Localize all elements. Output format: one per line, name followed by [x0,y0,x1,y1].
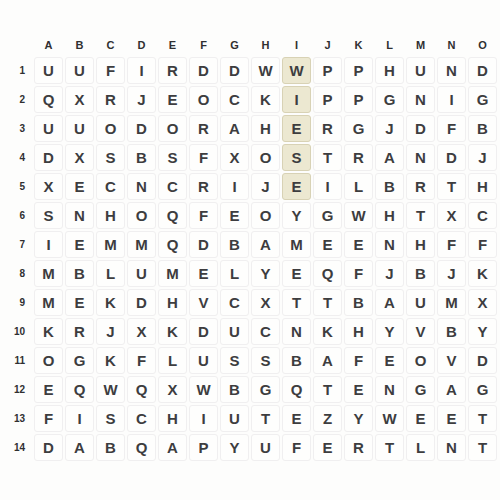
grid-cell[interactable]: Q [65,376,94,403]
grid-cell[interactable]: C [158,173,187,200]
grid-cell[interactable]: S [158,144,187,171]
grid-cell[interactable]: L [158,347,187,374]
grid-cell[interactable]: E [282,173,311,200]
grid-cell[interactable]: C [127,405,156,432]
grid-cell[interactable]: Q [127,434,156,461]
grid-cell[interactable]: F [437,115,466,142]
col-label: L [375,35,404,55]
grid-cell[interactable]: B [468,115,497,142]
grid-cell[interactable]: Q [313,260,342,287]
grid-cell[interactable]: I [127,57,156,84]
grid-cell[interactable]: D [468,57,497,84]
grid-cell[interactable]: I [189,405,218,432]
col-label: C [96,35,125,55]
grid-cell[interactable]: E [65,173,94,200]
grid-cell[interactable]: F [437,231,466,258]
grid-cell[interactable]: Z [313,405,342,432]
row-label: 6 [6,202,32,229]
grid-corner-spacer [6,35,32,55]
grid-cell[interactable]: X [468,289,497,316]
grid-cell[interactable]: E [406,405,435,432]
grid-cell[interactable]: S [34,202,63,229]
grid-cell[interactable]: A [375,144,404,171]
grid-cell[interactable]: G [468,376,497,403]
grid-cell[interactable]: U [127,260,156,287]
grid-cell[interactable]: M [437,289,466,316]
grid-cell[interactable]: E [65,289,94,316]
col-label: J [313,35,342,55]
grid-cell[interactable]: Y [375,318,404,345]
grid-cell[interactable]: D [127,115,156,142]
grid-cell[interactable]: R [96,86,125,113]
grid-cell[interactable]: Y [220,434,249,461]
grid-cell[interactable]: G [406,376,435,403]
grid-cell[interactable]: X [127,318,156,345]
grid-cell[interactable]: P [313,86,342,113]
grid-cell[interactable]: J [437,260,466,287]
grid-cell[interactable]: A [375,289,404,316]
grid-cell[interactable]: H [406,231,435,258]
grid-cell[interactable]: D [220,57,249,84]
grid-cell[interactable]: G [251,376,280,403]
grid-cell[interactable]: I [65,405,94,432]
grid-cell[interactable]: U [34,115,63,142]
grid-cell[interactable]: O [127,202,156,229]
grid-cell[interactable]: G [313,202,342,229]
grid-cell[interactable]: X [158,376,187,403]
grid-cell[interactable]: S [282,144,311,171]
grid-cell[interactable]: X [65,144,94,171]
grid-cell[interactable]: H [96,202,125,229]
grid-cell[interactable]: L [406,434,435,461]
grid-cell[interactable]: G [344,115,373,142]
grid-cell[interactable]: M [34,260,63,287]
grid-cell[interactable]: V [406,318,435,345]
grid-cell[interactable]: E [220,202,249,229]
grid-cell[interactable]: B [437,318,466,345]
grid-cell[interactable]: E [313,231,342,258]
row-label: 7 [6,231,32,258]
grid-cell[interactable]: K [96,289,125,316]
grid-cell[interactable]: H [468,173,497,200]
grid-cell[interactable]: W [96,376,125,403]
grid-cell[interactable]: K [96,347,125,374]
grid-cell[interactable]: T [313,376,342,403]
grid-cell[interactable]: B [406,260,435,287]
grid-cell[interactable]: C [96,173,125,200]
grid-cell[interactable]: M [158,260,187,287]
grid-cell[interactable]: B [220,376,249,403]
grid-cell[interactable]: A [220,115,249,142]
grid-cell[interactable]: F [468,231,497,258]
grid-cell[interactable]: J [96,318,125,345]
grid-cell[interactable]: I [313,173,342,200]
grid-cell[interactable]: C [468,202,497,229]
grid-cell[interactable]: S [220,347,249,374]
grid-cell[interactable]: U [220,405,249,432]
grid-cell[interactable]: A [251,231,280,258]
grid-cell[interactable]: Q [158,202,187,229]
grid-cell[interactable]: U [220,318,249,345]
grid-cell[interactable]: P [313,57,342,84]
grid-cell[interactable]: E [34,376,63,403]
grid-cell[interactable]: B [220,231,249,258]
grid-cell[interactable]: K [34,318,63,345]
grid-cell[interactable]: U [34,57,63,84]
grid-cell[interactable]: O [406,347,435,374]
grid-cell[interactable]: Y [282,202,311,229]
grid-cell[interactable]: A [437,376,466,403]
col-label: G [220,35,249,55]
grid-cell[interactable]: G [65,347,94,374]
grid-cell[interactable]: J [127,86,156,113]
grid-cell[interactable]: P [189,434,218,461]
grid-cell[interactable]: F [127,347,156,374]
grid-cell[interactable]: N [375,231,404,258]
row-label: 1 [6,57,32,84]
row-label: 11 [6,347,32,374]
col-label: H [251,35,280,55]
grid-cell[interactable]: T [468,434,497,461]
grid-cell[interactable]: R [344,144,373,171]
row-label: 9 [6,289,32,316]
grid-cell[interactable]: Y [251,260,280,287]
grid-cell[interactable]: T [437,173,466,200]
grid-cell[interactable]: R [158,57,187,84]
grid-cell[interactable]: T [313,144,342,171]
grid-cell[interactable]: I [220,173,249,200]
grid-cell[interactable]: F [282,434,311,461]
grid-cell[interactable]: S [96,405,125,432]
grid-cell[interactable]: O [158,115,187,142]
grid-cell[interactable]: M [96,231,125,258]
row-label: 8 [6,260,32,287]
grid-cell[interactable]: N [437,57,466,84]
grid-cell[interactable]: Q [34,86,63,113]
grid-cell[interactable]: N [406,144,435,171]
grid-cell[interactable]: D [34,144,63,171]
grid-cell[interactable]: N [406,86,435,113]
grid-cell[interactable]: B [127,144,156,171]
grid-cell[interactable]: B [344,289,373,316]
grid-cell[interactable]: O [96,115,125,142]
grid-cell[interactable]: J [468,144,497,171]
row-label: 3 [6,115,32,142]
grid-cell[interactable]: D [189,57,218,84]
grid-cell[interactable]: A [313,347,342,374]
grid-cell[interactable]: A [65,434,94,461]
grid-cell[interactable]: U [65,115,94,142]
grid-cell[interactable]: X [251,289,280,316]
grid-cell[interactable]: E [65,231,94,258]
grid-cell[interactable]: N [127,173,156,200]
grid-cell[interactable]: K [313,318,342,345]
grid-cell[interactable]: L [220,260,249,287]
col-label: F [189,35,218,55]
grid-cell[interactable]: E [189,260,218,287]
grid-cell[interactable]: I [34,231,63,258]
grid-cell[interactable]: E [344,376,373,403]
grid-cell[interactable]: T [375,434,404,461]
col-label: A [34,35,63,55]
grid-cell[interactable]: E [344,231,373,258]
grid-cell[interactable]: M [34,289,63,316]
grid-cell[interactable]: Q [158,231,187,258]
grid-cell[interactable]: F [344,347,373,374]
grid-cell[interactable]: R [344,434,373,461]
grid-cell[interactable]: X [65,86,94,113]
grid-cell[interactable]: D [437,144,466,171]
grid-cell[interactable]: H [375,57,404,84]
grid-cell[interactable]: I [282,86,311,113]
row-label: 5 [6,173,32,200]
grid-cell[interactable]: Y [468,318,497,345]
row-label: 2 [6,86,32,113]
grid-cell[interactable]: D [406,115,435,142]
grid-cell[interactable]: E [158,86,187,113]
grid-cell[interactable]: M [127,231,156,258]
grid-cell[interactable]: R [65,318,94,345]
grid-cell[interactable]: E [282,115,311,142]
grid-cell[interactable]: O [251,202,280,229]
grid-cell[interactable]: N [437,434,466,461]
word-search-board: ABCDEFGHIJKLMNO1UUFIRDDWWPPHUND2QXRJEOCK… [6,35,497,461]
grid-cell[interactable]: O [34,347,63,374]
grid-cell[interactable]: P [344,86,373,113]
grid-cell[interactable]: T [406,202,435,229]
grid-cell[interactable]: E [282,260,311,287]
grid-cell[interactable]: R [313,115,342,142]
grid-cell[interactable]: J [375,260,404,287]
grid-cell[interactable]: H [375,202,404,229]
grid-cell[interactable]: F [189,202,218,229]
grid-cell[interactable]: L [96,260,125,287]
grid-cell[interactable]: X [220,144,249,171]
grid-cell[interactable]: S [96,144,125,171]
grid-cell[interactable]: M [282,231,311,258]
grid-cell[interactable]: C [220,289,249,316]
grid-cell[interactable]: D [189,231,218,258]
grid-cell[interactable]: V [189,289,218,316]
grid-cell[interactable]: W [251,57,280,84]
grid-cell[interactable]: R [406,173,435,200]
grid-cell[interactable]: H [344,318,373,345]
row-label: 14 [6,434,32,461]
col-label: M [406,35,435,55]
col-label: B [65,35,94,55]
row-label: 13 [6,405,32,432]
grid-cell[interactable]: N [282,318,311,345]
grid-cell[interactable]: Q [127,376,156,403]
grid-cell[interactable]: F [189,144,218,171]
row-label: 4 [6,144,32,171]
row-label: 10 [6,318,32,345]
grid-cell[interactable]: S [251,347,280,374]
grid-cell[interactable]: E [437,405,466,432]
grid-cell[interactable]: F [344,260,373,287]
grid-cell[interactable]: R [189,173,218,200]
grid-cell[interactable]: U [406,57,435,84]
grid-cell[interactable]: D [468,347,497,374]
grid-cell[interactable]: W [282,57,311,84]
grid-cell[interactable]: W [189,376,218,403]
grid-cell[interactable]: G [468,86,497,113]
grid-cell[interactable]: K [158,318,187,345]
grid-cell[interactable]: B [96,434,125,461]
grid-cell[interactable]: D [127,289,156,316]
grid-cell[interactable]: G [375,86,404,113]
grid-cell[interactable]: K [468,260,497,287]
grid-cell[interactable]: H [158,405,187,432]
grid-cell[interactable]: D [34,434,63,461]
col-label: D [127,35,156,55]
grid-cell[interactable]: T [251,405,280,432]
grid-cell[interactable]: C [220,86,249,113]
grid-cell[interactable]: F [34,405,63,432]
grid-cell[interactable]: X [437,202,466,229]
grid-cell[interactable]: U [65,57,94,84]
grid-cell[interactable]: N [65,202,94,229]
grid-cell[interactable]: C [251,318,280,345]
grid-cell[interactable]: D [189,318,218,345]
grid-cell[interactable]: V [437,347,466,374]
grid-cell[interactable]: E [375,347,404,374]
grid-cell[interactable]: H [251,115,280,142]
grid-cell[interactable]: U [406,289,435,316]
grid-cell[interactable]: O [251,144,280,171]
col-label: E [158,35,187,55]
grid-cell[interactable]: F [96,57,125,84]
grid-cell[interactable]: T [282,289,311,316]
grid-cell[interactable]: T [313,289,342,316]
grid-cell[interactable]: B [375,173,404,200]
grid-cell[interactable]: U [251,434,280,461]
grid-cell[interactable]: J [375,115,404,142]
grid-cell[interactable]: H [158,289,187,316]
grid-cell[interactable]: Y [344,405,373,432]
row-label: 12 [6,376,32,403]
grid-cell[interactable]: T [468,405,497,432]
grid-cell[interactable]: J [251,173,280,200]
grid-cell[interactable]: E [282,405,311,432]
grid-cell[interactable]: L [344,173,373,200]
col-label: K [344,35,373,55]
grid-cell[interactable]: P [344,57,373,84]
grid-cell[interactable]: A [158,434,187,461]
grid-cell[interactable]: N [375,376,404,403]
grid-cell[interactable]: I [437,86,466,113]
grid-cell[interactable]: K [251,86,280,113]
col-label: N [437,35,466,55]
grid-cell[interactable]: X [34,173,63,200]
grid-cell[interactable]: E [313,434,342,461]
col-label: O [468,35,497,55]
grid-cell[interactable]: B [282,347,311,374]
col-label: I [282,35,311,55]
grid-cell[interactable]: U [189,347,218,374]
grid-cell[interactable]: R [189,115,218,142]
grid-cell[interactable]: B [65,260,94,287]
grid-cell[interactable]: W [375,405,404,432]
grid-cell[interactable]: W [344,202,373,229]
grid-cell[interactable]: O [189,86,218,113]
grid-cell[interactable]: Q [282,376,311,403]
